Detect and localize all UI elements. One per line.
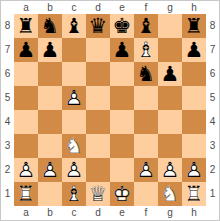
white-rook: ♜♖ <box>14 182 38 206</box>
square-c7[interactable] <box>62 38 86 62</box>
corner-spacer <box>1 206 14 220</box>
piece-solid-layer: ♚ <box>110 14 134 38</box>
piece-outline-layer: ♘ <box>158 182 182 206</box>
square-e1[interactable]: ♚♔ <box>110 182 134 206</box>
square-c8[interactable]: ♝ <box>62 14 86 38</box>
square-f3[interactable] <box>134 134 158 158</box>
square-a7[interactable]: ♟ <box>14 38 38 62</box>
square-f2[interactable]: ♟♙ <box>134 158 158 182</box>
square-d6[interactable] <box>86 62 110 86</box>
square-d3[interactable] <box>86 134 110 158</box>
rank-label-left-5: 5 <box>1 86 14 110</box>
square-e6[interactable] <box>110 62 134 86</box>
black-knight: ♞ <box>38 14 62 38</box>
black-pawn: ♟ <box>182 38 206 62</box>
square-f6[interactable]: ♞ <box>134 62 158 86</box>
file-label-bottom-b: b <box>38 206 62 220</box>
piece-solid-layer: ♞ <box>38 14 62 38</box>
square-g2[interactable]: ♟♙ <box>158 158 182 182</box>
black-pawn: ♟ <box>158 62 182 86</box>
rank-label-left-3: 3 <box>1 134 14 158</box>
square-b1[interactable] <box>38 182 62 206</box>
square-h4[interactable] <box>182 110 206 134</box>
square-f8[interactable]: ♝ <box>134 14 158 38</box>
file-label-top-h: h <box>182 1 206 14</box>
square-e2[interactable] <box>110 158 134 182</box>
square-a6[interactable] <box>14 62 38 86</box>
square-h7[interactable]: ♟ <box>182 38 206 62</box>
square-b8[interactable]: ♞ <box>38 14 62 38</box>
square-f4[interactable] <box>134 110 158 134</box>
square-a5[interactable] <box>14 86 38 110</box>
black-rook: ♜ <box>182 14 206 38</box>
piece-solid-layer: ♟ <box>182 38 206 62</box>
piece-outline-layer: ♔ <box>110 182 134 206</box>
square-c5[interactable]: ♟♙ <box>62 86 86 110</box>
piece-solid-layer: ♟ <box>158 62 182 86</box>
piece-outline-layer: ♖ <box>14 182 38 206</box>
square-g4[interactable] <box>158 110 182 134</box>
piece-outline-layer: ♗ <box>62 182 86 206</box>
file-label-top-d: d <box>86 1 110 14</box>
white-pawn: ♟♙ <box>158 158 182 182</box>
square-c3[interactable]: ♞♘ <box>62 134 86 158</box>
square-g3[interactable] <box>158 134 182 158</box>
rank-label-right-2: 2 <box>206 158 219 182</box>
black-bishop: ♝ <box>134 14 158 38</box>
piece-solid-layer: ♝ <box>134 14 158 38</box>
square-c6[interactable] <box>62 62 86 86</box>
file-label-bottom-c: c <box>62 206 86 220</box>
file-label-top-g: g <box>158 1 182 14</box>
rank-label-right-4: 4 <box>206 110 219 134</box>
rank-label-left-8: 8 <box>1 14 14 38</box>
file-label-bottom-a: a <box>14 206 38 220</box>
square-f1[interactable] <box>134 182 158 206</box>
black-pawn: ♟ <box>110 38 134 62</box>
rank-label-right-6: 6 <box>206 62 219 86</box>
black-knight: ♞ <box>134 62 158 86</box>
square-a3[interactable] <box>14 134 38 158</box>
rank-label-right-1: 1 <box>206 182 219 206</box>
piece-solid-layer: ♜ <box>14 14 38 38</box>
white-knight: ♞♘ <box>62 134 86 158</box>
piece-outline-layer: ♘ <box>62 134 86 158</box>
file-label-bottom-d: d <box>86 206 110 220</box>
black-king: ♚ <box>110 14 134 38</box>
square-c1[interactable]: ♝♗ <box>62 182 86 206</box>
square-e5[interactable] <box>110 86 134 110</box>
piece-solid-layer: ♛ <box>86 14 110 38</box>
piece-solid-layer: ♟ <box>14 38 38 62</box>
square-g7[interactable] <box>158 38 182 62</box>
square-e4[interactable] <box>110 110 134 134</box>
square-h5[interactable] <box>182 86 206 110</box>
file-label-top-f: f <box>134 1 158 14</box>
square-d1[interactable]: ♛♕ <box>86 182 110 206</box>
square-b2[interactable]: ♟♙ <box>38 158 62 182</box>
rank-label-right-5: 5 <box>206 86 219 110</box>
rank-label-left-4: 4 <box>1 110 14 134</box>
square-d5[interactable] <box>86 86 110 110</box>
piece-outline-layer: ♙ <box>182 158 206 182</box>
file-label-top-b: b <box>38 1 62 14</box>
black-rook: ♜ <box>14 14 38 38</box>
white-knight: ♞♘ <box>158 182 182 206</box>
white-bishop: ♝♗ <box>62 182 86 206</box>
square-h6[interactable] <box>182 62 206 86</box>
piece-solid-layer: ♟ <box>110 38 134 62</box>
black-queen: ♛ <box>86 14 110 38</box>
square-b6[interactable] <box>38 62 62 86</box>
piece-outline-layer: ♙ <box>134 158 158 182</box>
file-label-bottom-f: f <box>134 206 158 220</box>
square-d7[interactable] <box>86 38 110 62</box>
square-b4[interactable] <box>38 110 62 134</box>
file-label-bottom-g: g <box>158 206 182 220</box>
square-b5[interactable] <box>38 86 62 110</box>
white-pawn: ♟♙ <box>14 158 38 182</box>
rank-label-right-7: 7 <box>206 38 219 62</box>
piece-outline-layer: ♙ <box>14 158 38 182</box>
square-g8[interactable] <box>158 14 182 38</box>
white-queen: ♛♕ <box>86 182 110 206</box>
white-bishop: ♝♗ <box>134 38 158 62</box>
rank-label-left-6: 6 <box>1 62 14 86</box>
square-c4[interactable] <box>62 110 86 134</box>
black-pawn: ♟ <box>14 38 38 62</box>
square-b7[interactable]: ♟ <box>38 38 62 62</box>
piece-outline-layer: ♙ <box>158 158 182 182</box>
square-f7[interactable]: ♝♗ <box>134 38 158 62</box>
piece-outline-layer: ♕ <box>86 182 110 206</box>
file-label-top-e: e <box>110 1 134 14</box>
file-label-bottom-e: e <box>110 206 134 220</box>
square-d8[interactable]: ♛ <box>86 14 110 38</box>
square-g5[interactable] <box>158 86 182 110</box>
piece-solid-layer: ♜ <box>182 14 206 38</box>
piece-outline-layer: ♙ <box>62 158 86 182</box>
corner-spacer <box>206 206 219 220</box>
square-d4[interactable] <box>86 110 110 134</box>
corner-spacer <box>206 1 219 14</box>
piece-outline-layer: ♙ <box>38 158 62 182</box>
board-grid: abcdefgh8♜♞♝♛♚♝♜87♟♟♟♝♗♟76♞♟65♟♙5443♞♘32… <box>1 1 219 220</box>
square-h8[interactable]: ♜ <box>182 14 206 38</box>
rank-label-left-1: 1 <box>1 182 14 206</box>
white-pawn: ♟♙ <box>62 158 86 182</box>
square-c2[interactable]: ♟♙ <box>62 158 86 182</box>
square-h1[interactable]: ♜♖ <box>182 182 206 206</box>
piece-outline-layer: ♖ <box>182 182 206 206</box>
square-b3[interactable] <box>38 134 62 158</box>
square-a2[interactable]: ♟♙ <box>14 158 38 182</box>
white-pawn: ♟♙ <box>62 86 86 110</box>
file-label-bottom-h: h <box>182 206 206 220</box>
square-e8[interactable]: ♚ <box>110 14 134 38</box>
square-a1[interactable]: ♜♖ <box>14 182 38 206</box>
white-king: ♚♔ <box>110 182 134 206</box>
piece-outline-layer: ♗ <box>134 38 158 62</box>
square-a8[interactable]: ♜ <box>14 14 38 38</box>
piece-outline-layer: ♙ <box>62 86 86 110</box>
square-f5[interactable] <box>134 86 158 110</box>
file-label-top-a: a <box>14 1 38 14</box>
square-g6[interactable]: ♟ <box>158 62 182 86</box>
square-h2[interactable]: ♟♙ <box>182 158 206 182</box>
rank-label-left-2: 2 <box>1 158 14 182</box>
rank-label-right-3: 3 <box>206 134 219 158</box>
file-label-top-c: c <box>62 1 86 14</box>
white-pawn: ♟♙ <box>38 158 62 182</box>
square-g1[interactable]: ♞♘ <box>158 182 182 206</box>
square-e3[interactable] <box>110 134 134 158</box>
square-d2[interactable] <box>86 158 110 182</box>
piece-solid-layer: ♝ <box>62 14 86 38</box>
white-rook: ♜♖ <box>182 182 206 206</box>
square-e7[interactable]: ♟ <box>110 38 134 62</box>
piece-solid-layer: ♟ <box>38 38 62 62</box>
white-pawn: ♟♙ <box>182 158 206 182</box>
black-pawn: ♟ <box>38 38 62 62</box>
square-h3[interactable] <box>182 134 206 158</box>
chess-board-diagram: abcdefgh8♜♞♝♛♚♝♜87♟♟♟♝♗♟76♞♟65♟♙5443♞♘32… <box>0 0 220 221</box>
rank-label-right-8: 8 <box>206 14 219 38</box>
rank-label-left-7: 7 <box>1 38 14 62</box>
piece-solid-layer: ♞ <box>134 62 158 86</box>
corner-spacer <box>1 1 14 14</box>
black-bishop: ♝ <box>62 14 86 38</box>
white-pawn: ♟♙ <box>134 158 158 182</box>
square-a4[interactable] <box>14 110 38 134</box>
